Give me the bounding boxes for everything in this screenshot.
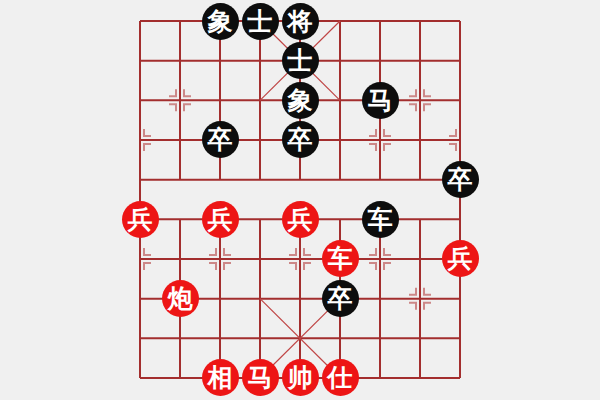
red-horse[interactable]: 马: [242, 359, 279, 396]
red-chariot[interactable]: 车: [322, 240, 359, 277]
black-elephant[interactable]: 象: [282, 82, 319, 119]
black-chariot[interactable]: 车: [362, 201, 399, 238]
black-advisor[interactable]: 士: [242, 3, 279, 40]
black-advisor[interactable]: 士: [282, 42, 319, 79]
red-advisor[interactable]: 仕: [322, 359, 359, 396]
black-soldier[interactable]: 卒: [442, 161, 479, 198]
red-elephant[interactable]: 相: [202, 359, 239, 396]
xiangqi-board[interactable]: 象士将士象马卒卒卒车卒兵兵兵车兵炮相马帅仕: [140, 21, 460, 378]
black-horse[interactable]: 马: [362, 82, 399, 119]
xiangqi-app: 象士将士象马卒卒卒车卒兵兵兵车兵炮相马帅仕: [0, 0, 600, 400]
black-general[interactable]: 将: [282, 3, 319, 40]
red-soldier[interactable]: 兵: [122, 201, 159, 238]
red-soldier[interactable]: 兵: [282, 201, 319, 238]
red-soldier[interactable]: 兵: [442, 240, 479, 277]
black-soldier[interactable]: 卒: [202, 121, 239, 158]
black-soldier[interactable]: 卒: [322, 280, 359, 317]
black-soldier[interactable]: 卒: [282, 121, 319, 158]
piece-layer: 象士将士象马卒卒卒车卒兵兵兵车兵炮相马帅仕: [120, 1, 480, 398]
red-cannon[interactable]: 炮: [162, 280, 199, 317]
black-elephant[interactable]: 象: [202, 3, 239, 40]
red-general[interactable]: 帅: [282, 359, 319, 396]
red-soldier[interactable]: 兵: [202, 201, 239, 238]
